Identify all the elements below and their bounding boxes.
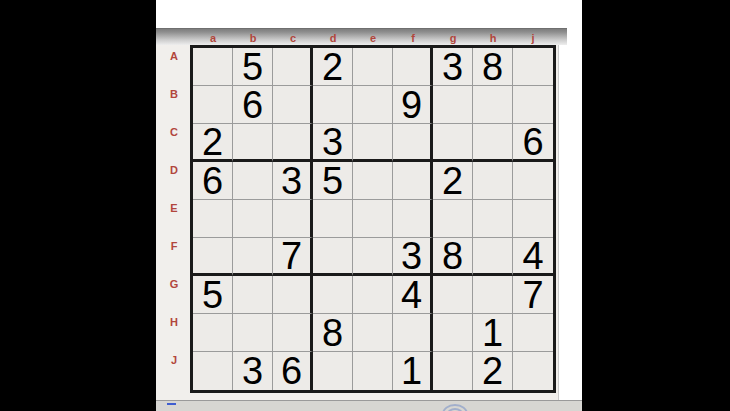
cell-Ab[interactable]: 5 [233,48,273,86]
cell-Af[interactable] [393,48,433,86]
cell-Fc[interactable]: 7 [273,238,313,276]
cell-Hf[interactable] [393,314,433,352]
cell-Cf[interactable] [393,124,433,162]
row-label-A: A [162,50,186,62]
cell-Gf[interactable]: 4 [393,276,433,314]
row-label-H: H [162,316,186,328]
cell-Jb[interactable]: 3 [233,352,273,390]
row-label-B: B [162,88,186,100]
cell-Fh[interactable] [473,238,513,276]
cell-Ag[interactable]: 3 [433,48,473,86]
cell-Dh[interactable] [473,162,513,200]
cell-Fg[interactable]: 8 [433,238,473,276]
cell-Bg[interactable] [433,86,473,124]
content-divider [558,45,559,400]
cell-Cb[interactable] [233,124,273,162]
cell-Eg[interactable] [433,200,473,238]
cell-Jc[interactable]: 6 [273,352,313,390]
row-label-C: C [162,126,186,138]
cell-Je[interactable] [353,352,393,390]
cell-Bd[interactable] [313,86,353,124]
cell-Ch[interactable] [473,124,513,162]
cell-Cj[interactable]: 6 [513,124,553,162]
cell-Hh[interactable]: 1 [473,314,513,352]
sudoku-board: 52386923663527384547813612 [190,45,556,393]
col-label-j: j [513,32,553,44]
cell-De[interactable] [353,162,393,200]
cell-Gb[interactable] [233,276,273,314]
cell-Ha[interactable] [193,314,233,352]
cell-Ad[interactable]: 2 [313,48,353,86]
cell-Fj[interactable]: 4 [513,238,553,276]
col-label-a: a [193,32,233,44]
cell-Gd[interactable] [313,276,353,314]
cell-Ah[interactable]: 8 [473,48,513,86]
cell-Gg[interactable] [433,276,473,314]
col-label-d: d [313,32,353,44]
cell-Jj[interactable] [513,352,553,390]
watermark-rings-icon [440,403,470,411]
cell-Ef[interactable] [393,200,433,238]
cell-Ca[interactable]: 2 [193,124,233,162]
cell-Ea[interactable] [193,200,233,238]
col-label-c: c [273,32,313,44]
col-label-e: e [353,32,393,44]
cell-Bh[interactable] [473,86,513,124]
cell-Ba[interactable] [193,86,233,124]
page-content: abcdefghj ABCDEFGHJ 52386923663527384547… [156,0,582,411]
scroll-indicator[interactable] [167,403,176,405]
cell-Gc[interactable] [273,276,313,314]
cell-Dg[interactable]: 2 [433,162,473,200]
col-label-g: g [433,32,473,44]
cell-Jg[interactable] [433,352,473,390]
cell-Aj[interactable] [513,48,553,86]
cell-Jf[interactable]: 1 [393,352,433,390]
cell-Fa[interactable] [193,238,233,276]
bottom-bar [156,400,582,411]
cell-Fb[interactable] [233,238,273,276]
cell-Da[interactable]: 6 [193,162,233,200]
cell-Ce[interactable] [353,124,393,162]
row-label-J: J [162,354,186,366]
cell-Jd[interactable] [313,352,353,390]
cell-Fd[interactable] [313,238,353,276]
cell-Hj[interactable] [513,314,553,352]
cell-Bf[interactable]: 9 [393,86,433,124]
cell-Cg[interactable] [433,124,473,162]
video-frame: { "game": "sudoku", "position": ".5.2..3… [0,0,730,411]
cell-Ee[interactable] [353,200,393,238]
cell-Ga[interactable]: 5 [193,276,233,314]
cell-Gj[interactable]: 7 [513,276,553,314]
cell-Ed[interactable] [313,200,353,238]
cell-Ae[interactable] [353,48,393,86]
cell-Cd[interactable]: 3 [313,124,353,162]
cell-Db[interactable] [233,162,273,200]
col-label-f: f [393,32,433,44]
cell-Bb[interactable]: 6 [233,86,273,124]
cell-Ej[interactable] [513,200,553,238]
cell-Hc[interactable] [273,314,313,352]
cell-Cc[interactable] [273,124,313,162]
cell-Ja[interactable] [193,352,233,390]
cell-Aa[interactable] [193,48,233,86]
cell-Ec[interactable] [273,200,313,238]
cell-Bc[interactable] [273,86,313,124]
column-header-bar: abcdefghj [156,28,567,45]
cell-Hg[interactable] [433,314,473,352]
cell-Eb[interactable] [233,200,273,238]
cell-Dd[interactable]: 5 [313,162,353,200]
cell-Dj[interactable] [513,162,553,200]
cell-Ff[interactable]: 3 [393,238,433,276]
row-label-D: D [162,164,186,176]
cell-Gh[interactable] [473,276,513,314]
row-label-F: F [162,240,186,252]
cell-Ge[interactable] [353,276,393,314]
row-label-E: E [162,202,186,214]
cell-Be[interactable] [353,86,393,124]
cell-Hb[interactable] [233,314,273,352]
cell-He[interactable] [353,314,393,352]
cell-Dc[interactable]: 3 [273,162,313,200]
cell-Bj[interactable] [513,86,553,124]
row-label-G: G [162,278,186,290]
cell-Df[interactable] [393,162,433,200]
col-label-h: h [473,32,513,44]
cell-Fe[interactable] [353,238,393,276]
cell-Ac[interactable] [273,48,313,86]
cell-Jh[interactable]: 2 [473,352,513,390]
cell-Eh[interactable] [473,200,513,238]
cell-Hd[interactable]: 8 [313,314,353,352]
col-label-b: b [233,32,273,44]
